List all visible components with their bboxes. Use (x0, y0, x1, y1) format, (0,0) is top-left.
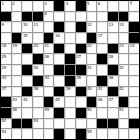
white-cell-r0c0[interactable]: 1 (1, 1, 11, 11)
black-cell-r12c7 (76, 129, 86, 139)
white-cell-r5c7[interactable]: 27 (76, 54, 86, 64)
black-cell-r2c5 (54, 22, 64, 32)
white-cell-r3c7[interactable] (76, 33, 86, 43)
clue-number: 42 (119, 86, 124, 91)
clue-number: 29 (2, 65, 7, 70)
white-cell-r5c1[interactable] (12, 54, 22, 64)
white-cell-r0c9[interactable]: 6 (97, 1, 107, 11)
white-cell-r2c0[interactable]: 9 (1, 22, 11, 32)
black-cell-r11c9 (97, 119, 107, 129)
white-cell-r10c2[interactable] (22, 108, 32, 118)
clue-number: 22 (87, 43, 92, 48)
clue-number: 49 (44, 107, 49, 112)
black-cell-r11c12 (129, 119, 139, 129)
white-cell-r8c0[interactable]: 37 (1, 87, 11, 97)
white-cell-r12c12[interactable] (129, 129, 139, 139)
white-cell-r10c4[interactable]: 49 (44, 108, 54, 118)
clue-number: 27 (76, 54, 81, 59)
black-cell-r3c12 (129, 33, 139, 43)
clue-number: 44 (23, 97, 28, 102)
black-cell-r4c10 (108, 44, 118, 54)
white-cell-r6c8[interactable]: 31 (87, 65, 97, 75)
white-cell-r5c0[interactable]: 25 (1, 54, 11, 64)
clue-number: 19 (12, 43, 17, 48)
clue-number: 39 (66, 86, 71, 91)
clue-number: 17 (98, 33, 103, 38)
clue-number: 14 (119, 22, 124, 27)
white-cell-r6c1[interactable] (12, 65, 22, 75)
clue-number: 32 (119, 65, 124, 70)
clue-number: 41 (98, 86, 103, 91)
white-cell-r11c7[interactable] (76, 119, 86, 129)
black-cell-r11c2 (22, 119, 32, 129)
black-cell-r7c6 (65, 76, 75, 86)
clue-number: 43 (12, 97, 17, 102)
white-cell-r4c6[interactable] (65, 44, 75, 54)
clue-number: 33 (2, 75, 7, 80)
clue-number: 4 (66, 1, 68, 6)
white-cell-r10c3[interactable] (33, 108, 43, 118)
white-cell-r4c4[interactable]: 21 (44, 44, 54, 54)
white-cell-r1c6[interactable] (65, 12, 75, 22)
black-cell-r5c3 (33, 54, 43, 64)
crossword-board: 1234567891011121314151617181920212223242… (0, 0, 140, 140)
black-cell-r2c12 (129, 22, 139, 32)
white-cell-r12c6[interactable] (65, 129, 75, 139)
black-cell-r3c8 (87, 33, 97, 43)
white-cell-r5c5[interactable] (54, 54, 64, 64)
black-cell-r0c7 (76, 1, 86, 11)
white-cell-r7c12[interactable] (129, 76, 139, 86)
white-cell-r8c11[interactable]: 42 (119, 87, 129, 97)
clue-number: 9 (2, 22, 4, 27)
clue-number: 30 (34, 65, 39, 70)
clue-number: 5 (87, 1, 89, 6)
white-cell-r10c9[interactable] (97, 108, 107, 118)
black-cell-r2c7 (76, 22, 86, 32)
black-cell-r6c2 (22, 65, 32, 75)
black-cell-r6c7 (76, 65, 86, 75)
white-cell-r1c4[interactable]: 8 (44, 12, 54, 22)
white-cell-r0c11[interactable] (119, 1, 129, 11)
white-cell-r12c10[interactable] (108, 129, 118, 139)
white-cell-r4c0[interactable]: 18 (1, 44, 11, 54)
white-cell-r6c9[interactable] (97, 65, 107, 75)
black-cell-r0c5 (54, 1, 64, 11)
white-cell-r4c9[interactable] (97, 44, 107, 54)
white-cell-r1c1[interactable] (12, 12, 22, 22)
clue-number: 21 (44, 43, 49, 48)
black-cell-r5c9 (97, 54, 107, 64)
white-cell-r2c11[interactable]: 14 (119, 22, 129, 32)
black-cell-r9c4 (44, 97, 54, 107)
white-cell-r12c9[interactable] (97, 129, 107, 139)
clue-number: 40 (87, 86, 92, 91)
white-cell-r0c3[interactable] (33, 1, 43, 11)
clue-number: 52 (2, 118, 7, 123)
white-cell-r2c6[interactable] (65, 22, 75, 32)
white-cell-r2c2[interactable]: 10 (22, 22, 32, 32)
black-cell-r12c5 (54, 129, 64, 139)
clue-number: 28 (108, 54, 113, 59)
clue-number: 35 (76, 75, 81, 80)
clue-number: 16 (55, 33, 60, 38)
white-cell-r9c7[interactable] (76, 97, 86, 107)
black-cell-r7c3 (33, 76, 43, 86)
clue-number: 23 (119, 43, 124, 48)
white-cell-r2c1[interactable] (12, 22, 22, 32)
white-cell-r5c11[interactable] (119, 54, 129, 64)
white-cell-r4c8[interactable]: 22 (87, 44, 97, 54)
clue-number: 54 (2, 129, 7, 134)
white-cell-r1c12[interactable] (129, 12, 139, 22)
white-cell-r7c10[interactable]: 36 (108, 76, 118, 86)
white-cell-r3c3[interactable] (33, 33, 43, 43)
black-cell-r9c8 (87, 97, 97, 107)
clue-number: 20 (34, 43, 39, 48)
clue-number: 6 (98, 1, 100, 6)
clue-number: 2 (12, 1, 14, 6)
black-cell-r6c10 (108, 65, 118, 75)
white-cell-r0c6[interactable]: 4 (65, 1, 75, 11)
white-cell-r11c3[interactable]: 53 (33, 119, 43, 129)
black-cell-r1c0 (1, 12, 11, 22)
white-cell-r3c9[interactable]: 17 (97, 33, 107, 43)
clue-number: 12 (87, 22, 92, 27)
white-cell-r9c12[interactable] (129, 97, 139, 107)
black-cell-r6c5 (54, 65, 64, 75)
black-cell-r4c7 (76, 44, 86, 54)
white-cell-r11c11[interactable] (119, 119, 129, 129)
black-cell-r1c10 (108, 12, 118, 22)
black-cell-r8c5 (54, 87, 64, 97)
black-cell-r8c7 (76, 87, 86, 97)
clue-number: 31 (87, 65, 92, 70)
white-cell-r9c2[interactable]: 44 (22, 97, 32, 107)
white-cell-r8c6[interactable]: 39 (65, 87, 75, 97)
clue-number: 34 (44, 75, 49, 80)
black-cell-r11c10 (108, 119, 118, 129)
white-cell-r2c9[interactable] (97, 22, 107, 32)
white-cell-r7c1[interactable] (12, 76, 22, 86)
white-cell-r0c2[interactable] (22, 1, 32, 11)
white-cell-r5c2[interactable] (22, 54, 32, 64)
white-cell-r11c0[interactable]: 52 (1, 119, 11, 129)
black-cell-r10c0 (1, 108, 11, 118)
white-cell-r7c11[interactable] (119, 76, 129, 86)
black-cell-r1c11 (119, 12, 129, 22)
white-cell-r1c5[interactable] (54, 12, 64, 22)
white-cell-r7c4[interactable]: 34 (44, 76, 54, 86)
black-cell-r1c3 (33, 12, 43, 22)
white-cell-r0c12[interactable]: 7 (129, 1, 139, 11)
white-cell-r1c7[interactable] (76, 12, 86, 22)
white-cell-r9c5[interactable]: 45 (54, 97, 64, 107)
white-cell-r10c1[interactable]: 48 (12, 108, 22, 118)
white-cell-r10c8[interactable]: 50 (87, 108, 97, 118)
white-cell-r8c12[interactable] (129, 87, 139, 97)
clue-number: 47 (108, 97, 113, 102)
white-cell-r5c12[interactable] (129, 54, 139, 64)
white-cell-r10c11[interactable]: 51 (119, 108, 129, 118)
white-cell-r2c8[interactable]: 12 (87, 22, 97, 32)
white-cell-r5c10[interactable]: 28 (108, 54, 118, 64)
white-cell-r6c3[interactable]: 30 (33, 65, 43, 75)
white-cell-r8c3[interactable]: 38 (33, 87, 43, 97)
white-cell-r4c12[interactable]: 24 (129, 44, 139, 54)
clue-number: 10 (23, 22, 28, 27)
white-cell-r12c3[interactable] (33, 129, 43, 139)
white-cell-r2c3[interactable]: 11 (33, 22, 43, 32)
clue-number: 13 (108, 22, 113, 27)
black-cell-r7c9 (97, 76, 107, 86)
black-cell-r3c4 (44, 33, 54, 43)
clue-number: 45 (55, 97, 60, 102)
white-cell-r9c10[interactable]: 47 (108, 97, 118, 107)
clue-number: 46 (98, 97, 103, 102)
white-cell-r5c4[interactable]: 26 (44, 54, 54, 64)
white-cell-r0c8[interactable]: 5 (87, 1, 97, 11)
clue-number: 38 (34, 86, 39, 91)
white-cell-r3c5[interactable]: 16 (54, 33, 64, 43)
white-cell-r12c4[interactable] (44, 129, 54, 139)
white-cell-r10c12[interactable] (129, 108, 139, 118)
white-cell-r3c2[interactable]: 15 (22, 33, 32, 43)
black-cell-r9c11 (119, 97, 129, 107)
white-cell-r12c1[interactable] (12, 129, 22, 139)
clue-number: 8 (44, 11, 46, 16)
white-cell-r9c1[interactable]: 43 (12, 97, 22, 107)
black-cell-r10c5 (54, 108, 64, 118)
black-cell-r3c1 (12, 33, 22, 43)
clue-number: 26 (44, 54, 49, 59)
clue-number: 3 (44, 1, 46, 6)
clue-number: 7 (130, 1, 132, 6)
white-cell-r11c8[interactable] (87, 119, 97, 129)
white-cell-r2c10[interactable]: 13 (108, 22, 118, 32)
white-cell-r1c8[interactable] (87, 12, 97, 22)
white-cell-r6c12[interactable] (129, 65, 139, 75)
white-cell-r6c4[interactable] (44, 65, 54, 75)
white-cell-r9c9[interactable]: 46 (97, 97, 107, 107)
white-cell-r7c7[interactable]: 35 (76, 76, 86, 86)
white-cell-r6c0[interactable]: 29 (1, 65, 11, 75)
white-cell-r11c5[interactable] (54, 119, 64, 129)
white-cell-r12c2[interactable] (22, 129, 32, 139)
white-cell-r3c11[interactable] (119, 33, 129, 43)
white-cell-r0c1[interactable]: 2 (12, 1, 22, 11)
black-cell-r8c2 (22, 87, 32, 97)
white-cell-r3c6[interactable] (65, 33, 75, 43)
clue-number: 24 (130, 43, 135, 48)
white-cell-r12c11[interactable] (119, 129, 129, 139)
clue-number: 1 (2, 1, 4, 6)
clue-number: 48 (12, 107, 17, 112)
clue-number: 51 (119, 107, 124, 112)
white-cell-r1c9[interactable] (97, 12, 107, 22)
clue-number: 15 (23, 33, 28, 38)
white-cell-r6c11[interactable]: 32 (119, 65, 129, 75)
white-cell-r7c8[interactable] (87, 76, 97, 86)
white-cell-r4c11[interactable]: 23 (119, 44, 129, 54)
black-cell-r9c0 (1, 97, 11, 107)
white-cell-r8c8[interactable]: 40 (87, 87, 97, 97)
clue-number: 11 (34, 22, 39, 27)
white-cell-r3c10[interactable] (108, 33, 118, 43)
white-cell-r9c6[interactable] (65, 97, 75, 107)
clue-number: 18 (2, 43, 7, 48)
white-cell-r4c3[interactable]: 20 (33, 44, 43, 54)
white-cell-r0c4[interactable]: 3 (44, 1, 54, 11)
black-cell-r8c10 (108, 87, 118, 97)
white-cell-r11c6[interactable] (65, 119, 75, 129)
white-cell-r4c1[interactable]: 19 (12, 44, 22, 54)
white-cell-r2c4[interactable] (44, 22, 54, 32)
white-cell-r7c5[interactable] (54, 76, 64, 86)
clue-number: 37 (2, 86, 7, 91)
white-cell-r10c6[interactable] (65, 108, 75, 118)
white-cell-r3c0[interactable] (1, 33, 11, 43)
white-cell-r5c8[interactable] (87, 54, 97, 64)
white-cell-r7c0[interactable]: 33 (1, 76, 11, 86)
black-cell-r4c2 (22, 44, 32, 54)
white-cell-r11c4[interactable] (44, 119, 54, 129)
black-cell-r1c2 (22, 12, 32, 22)
white-cell-r12c8[interactable]: 55 (87, 129, 97, 139)
clue-number: 36 (108, 75, 113, 80)
black-cell-r10c7 (76, 108, 86, 118)
clue-number: 55 (87, 129, 92, 134)
white-cell-r8c4[interactable] (44, 87, 54, 97)
black-cell-r5c6 (65, 54, 75, 64)
white-cell-r0c10[interactable] (108, 1, 118, 11)
white-cell-r10c10[interactable] (108, 108, 118, 118)
white-cell-r9c3[interactable] (33, 97, 43, 107)
clue-number: 50 (87, 107, 92, 112)
clue-number: 25 (2, 54, 7, 59)
clue-number: 53 (34, 118, 39, 123)
black-cell-r6c6 (65, 65, 75, 75)
black-cell-r11c1 (12, 119, 22, 129)
black-cell-r4c5 (54, 44, 64, 54)
white-cell-r8c9[interactable]: 41 (97, 87, 107, 97)
white-cell-r8c1[interactable] (12, 87, 22, 97)
white-cell-r7c2[interactable] (22, 76, 32, 86)
white-cell-r12c0[interactable]: 54 (1, 129, 11, 139)
